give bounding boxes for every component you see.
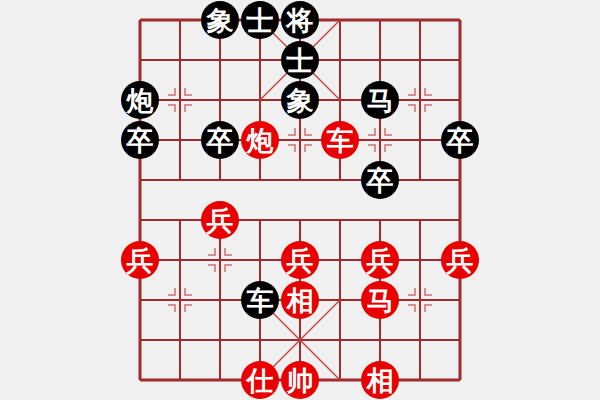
piece-black-pawn[interactable]: 卒 (201, 121, 239, 159)
piece-black-chariot[interactable]: 车 (241, 281, 279, 319)
piece-black-advisor[interactable]: 士 (281, 41, 319, 79)
piece-red-chariot[interactable]: 车 (321, 121, 359, 159)
piece-black-pawn[interactable]: 卒 (121, 121, 159, 159)
piece-red-horse[interactable]: 马 (361, 281, 399, 319)
piece-black-general[interactable]: 将 (281, 1, 319, 39)
point-marker (425, 105, 432, 112)
piece-black-pawn[interactable]: 卒 (441, 121, 479, 159)
point-marker (368, 145, 375, 152)
point-marker (425, 88, 432, 95)
point-marker (408, 305, 415, 312)
piece-red-elephant[interactable]: 相 (281, 281, 319, 319)
piece-red-cannon[interactable]: 炮 (241, 121, 279, 159)
point-marker (368, 128, 375, 135)
point-marker (305, 128, 312, 135)
point-marker (385, 145, 392, 152)
point-marker (425, 288, 432, 295)
point-marker (168, 88, 175, 95)
piece-black-elephant[interactable]: 象 (201, 1, 239, 39)
piece-black-pawn[interactable]: 卒 (361, 161, 399, 199)
point-marker (385, 128, 392, 135)
point-marker (425, 305, 432, 312)
point-marker (185, 305, 192, 312)
point-marker (168, 305, 175, 312)
piece-black-advisor[interactable]: 士 (241, 1, 279, 39)
piece-red-pawn[interactable]: 兵 (281, 241, 319, 279)
point-marker (185, 288, 192, 295)
piece-red-elephant[interactable]: 相 (361, 361, 399, 399)
point-marker (305, 145, 312, 152)
piece-black-elephant[interactable]: 象 (281, 81, 319, 119)
point-marker (288, 128, 295, 135)
point-marker (225, 248, 232, 255)
piece-red-pawn[interactable]: 兵 (441, 241, 479, 279)
piece-black-horse[interactable]: 马 (361, 81, 399, 119)
piece-red-pawn[interactable]: 兵 (201, 201, 239, 239)
piece-red-general[interactable]: 帅 (281, 361, 319, 399)
point-marker (408, 105, 415, 112)
point-marker (408, 88, 415, 95)
point-marker (168, 288, 175, 295)
point-marker (208, 248, 215, 255)
piece-black-cannon[interactable]: 炮 (121, 81, 159, 119)
point-marker (168, 105, 175, 112)
point-marker (225, 265, 232, 272)
point-marker (408, 288, 415, 295)
piece-red-pawn[interactable]: 兵 (361, 241, 399, 279)
piece-red-advisor[interactable]: 仕 (241, 361, 279, 399)
point-marker (185, 88, 192, 95)
point-marker (208, 265, 215, 272)
point-marker (288, 145, 295, 152)
point-marker (185, 105, 192, 112)
piece-red-pawn[interactable]: 兵 (121, 241, 159, 279)
app-background: 象士将士炮象马卒卒卒卒车炮车兵兵兵兵兵相马仕帅相 (0, 0, 600, 400)
